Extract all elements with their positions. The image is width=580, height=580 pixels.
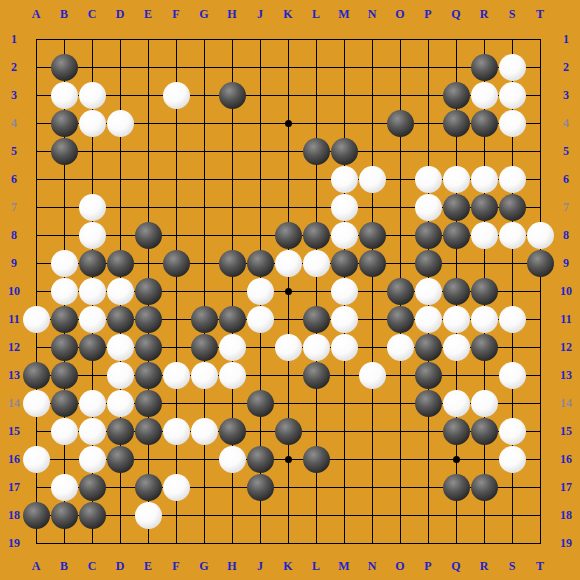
intersection-J15[interactable] xyxy=(246,417,274,445)
intersection-M17[interactable] xyxy=(330,473,358,501)
intersection-F10[interactable] xyxy=(162,277,190,305)
intersection-M8[interactable] xyxy=(330,221,358,249)
intersection-Q5[interactable] xyxy=(442,137,470,165)
intersection-M4[interactable] xyxy=(330,109,358,137)
intersection-G4[interactable] xyxy=(190,109,218,137)
intersection-S4[interactable] xyxy=(498,109,526,137)
intersection-Q4[interactable] xyxy=(442,109,470,137)
intersection-M15[interactable] xyxy=(330,417,358,445)
intersection-M11[interactable] xyxy=(330,305,358,333)
intersection-R2[interactable] xyxy=(470,53,498,81)
intersection-O16[interactable] xyxy=(386,445,414,473)
intersection-E2[interactable] xyxy=(134,53,162,81)
intersection-B3[interactable] xyxy=(50,81,78,109)
intersection-K12[interactable] xyxy=(274,333,302,361)
intersection-P17[interactable] xyxy=(414,473,442,501)
intersection-M1[interactable] xyxy=(330,25,358,53)
intersection-J3[interactable] xyxy=(246,81,274,109)
intersection-L4[interactable] xyxy=(302,109,330,137)
intersection-D3[interactable] xyxy=(106,81,134,109)
intersection-J17[interactable] xyxy=(246,473,274,501)
intersection-P9[interactable] xyxy=(414,249,442,277)
intersection-O18[interactable] xyxy=(386,501,414,529)
intersection-L1[interactable] xyxy=(302,25,330,53)
intersection-F3[interactable] xyxy=(162,81,190,109)
intersection-H7[interactable] xyxy=(218,193,246,221)
intersection-Q14[interactable] xyxy=(442,389,470,417)
intersection-J10[interactable] xyxy=(246,277,274,305)
intersection-R11[interactable] xyxy=(470,305,498,333)
intersection-Q7[interactable] xyxy=(442,193,470,221)
intersection-N6[interactable] xyxy=(358,165,386,193)
intersection-L13[interactable] xyxy=(302,361,330,389)
intersection-D10[interactable] xyxy=(106,277,134,305)
intersection-S11[interactable] xyxy=(498,305,526,333)
intersection-G18[interactable] xyxy=(190,501,218,529)
intersection-T13[interactable] xyxy=(526,361,554,389)
intersection-K6[interactable] xyxy=(274,165,302,193)
intersection-Q10[interactable] xyxy=(442,277,470,305)
intersection-K16[interactable] xyxy=(274,445,302,473)
intersection-L12[interactable] xyxy=(302,333,330,361)
intersection-K8[interactable] xyxy=(274,221,302,249)
intersection-C14[interactable] xyxy=(78,389,106,417)
intersection-G17[interactable] xyxy=(190,473,218,501)
intersection-L18[interactable] xyxy=(302,501,330,529)
intersection-S14[interactable] xyxy=(498,389,526,417)
intersection-E6[interactable] xyxy=(134,165,162,193)
intersection-P5[interactable] xyxy=(414,137,442,165)
intersection-F16[interactable] xyxy=(162,445,190,473)
intersection-A7[interactable] xyxy=(22,193,50,221)
intersection-E8[interactable] xyxy=(134,221,162,249)
intersection-J2[interactable] xyxy=(246,53,274,81)
intersection-J7[interactable] xyxy=(246,193,274,221)
intersection-J5[interactable] xyxy=(246,137,274,165)
intersection-P11[interactable] xyxy=(414,305,442,333)
intersection-R1[interactable] xyxy=(470,25,498,53)
intersection-L2[interactable] xyxy=(302,53,330,81)
intersection-G1[interactable] xyxy=(190,25,218,53)
intersection-G3[interactable] xyxy=(190,81,218,109)
intersection-F18[interactable] xyxy=(162,501,190,529)
intersection-D12[interactable] xyxy=(106,333,134,361)
intersection-D7[interactable] xyxy=(106,193,134,221)
intersection-S16[interactable] xyxy=(498,445,526,473)
intersection-E12[interactable] xyxy=(134,333,162,361)
intersection-F17[interactable] xyxy=(162,473,190,501)
intersection-R19[interactable] xyxy=(470,529,498,557)
intersection-S9[interactable] xyxy=(498,249,526,277)
intersection-J4[interactable] xyxy=(246,109,274,137)
intersection-Q18[interactable] xyxy=(442,501,470,529)
intersection-T7[interactable] xyxy=(526,193,554,221)
intersection-P2[interactable] xyxy=(414,53,442,81)
intersection-L8[interactable] xyxy=(302,221,330,249)
intersection-L14[interactable] xyxy=(302,389,330,417)
intersection-K15[interactable] xyxy=(274,417,302,445)
intersection-F6[interactable] xyxy=(162,165,190,193)
intersection-A12[interactable] xyxy=(22,333,50,361)
intersection-S10[interactable] xyxy=(498,277,526,305)
intersection-H1[interactable] xyxy=(218,25,246,53)
intersection-B2[interactable] xyxy=(50,53,78,81)
intersection-D11[interactable] xyxy=(106,305,134,333)
intersection-S17[interactable] xyxy=(498,473,526,501)
intersection-K1[interactable] xyxy=(274,25,302,53)
intersection-J9[interactable] xyxy=(246,249,274,277)
intersection-R6[interactable] xyxy=(470,165,498,193)
intersection-B12[interactable] xyxy=(50,333,78,361)
intersection-H8[interactable] xyxy=(218,221,246,249)
intersection-R10[interactable] xyxy=(470,277,498,305)
intersection-Q2[interactable] xyxy=(442,53,470,81)
intersection-P13[interactable] xyxy=(414,361,442,389)
intersection-N7[interactable] xyxy=(358,193,386,221)
intersection-E18[interactable] xyxy=(134,501,162,529)
intersection-H6[interactable] xyxy=(218,165,246,193)
intersection-N5[interactable] xyxy=(358,137,386,165)
intersection-T4[interactable] xyxy=(526,109,554,137)
intersection-N17[interactable] xyxy=(358,473,386,501)
intersection-H14[interactable] xyxy=(218,389,246,417)
intersection-M13[interactable] xyxy=(330,361,358,389)
intersection-E5[interactable] xyxy=(134,137,162,165)
intersection-T17[interactable] xyxy=(526,473,554,501)
intersection-S13[interactable] xyxy=(498,361,526,389)
intersection-R9[interactable] xyxy=(470,249,498,277)
intersection-C13[interactable] xyxy=(78,361,106,389)
intersection-E10[interactable] xyxy=(134,277,162,305)
intersection-C16[interactable] xyxy=(78,445,106,473)
intersection-P1[interactable] xyxy=(414,25,442,53)
intersection-F4[interactable] xyxy=(162,109,190,137)
intersection-G15[interactable] xyxy=(190,417,218,445)
intersection-P10[interactable] xyxy=(414,277,442,305)
intersection-C19[interactable] xyxy=(78,529,106,557)
intersection-E7[interactable] xyxy=(134,193,162,221)
intersection-J14[interactable] xyxy=(246,389,274,417)
intersection-O4[interactable] xyxy=(386,109,414,137)
intersection-C6[interactable] xyxy=(78,165,106,193)
intersection-O8[interactable] xyxy=(386,221,414,249)
intersection-C18[interactable] xyxy=(78,501,106,529)
intersection-P6[interactable] xyxy=(414,165,442,193)
intersection-Q15[interactable] xyxy=(442,417,470,445)
intersection-B14[interactable] xyxy=(50,389,78,417)
intersection-D9[interactable] xyxy=(106,249,134,277)
intersection-O11[interactable] xyxy=(386,305,414,333)
intersection-A6[interactable] xyxy=(22,165,50,193)
intersection-A1[interactable] xyxy=(22,25,50,53)
intersection-R15[interactable] xyxy=(470,417,498,445)
intersection-L11[interactable] xyxy=(302,305,330,333)
intersection-R5[interactable] xyxy=(470,137,498,165)
intersection-T8[interactable] xyxy=(526,221,554,249)
intersection-S8[interactable] xyxy=(498,221,526,249)
intersection-L9[interactable] xyxy=(302,249,330,277)
intersection-H16[interactable] xyxy=(218,445,246,473)
intersection-L19[interactable] xyxy=(302,529,330,557)
intersection-J1[interactable] xyxy=(246,25,274,53)
intersection-B1[interactable] xyxy=(50,25,78,53)
intersection-G8[interactable] xyxy=(190,221,218,249)
intersection-O2[interactable] xyxy=(386,53,414,81)
intersection-H3[interactable] xyxy=(218,81,246,109)
intersection-N9[interactable] xyxy=(358,249,386,277)
intersection-Q1[interactable] xyxy=(442,25,470,53)
intersection-C9[interactable] xyxy=(78,249,106,277)
intersection-C3[interactable] xyxy=(78,81,106,109)
intersection-K4[interactable] xyxy=(274,109,302,137)
intersection-R3[interactable] xyxy=(470,81,498,109)
intersection-C10[interactable] xyxy=(78,277,106,305)
intersection-E1[interactable] xyxy=(134,25,162,53)
intersection-F5[interactable] xyxy=(162,137,190,165)
intersection-A18[interactable] xyxy=(22,501,50,529)
intersection-O12[interactable] xyxy=(386,333,414,361)
intersection-P16[interactable] xyxy=(414,445,442,473)
intersection-P14[interactable] xyxy=(414,389,442,417)
intersection-M3[interactable] xyxy=(330,81,358,109)
intersection-R13[interactable] xyxy=(470,361,498,389)
intersection-O17[interactable] xyxy=(386,473,414,501)
intersection-J6[interactable] xyxy=(246,165,274,193)
intersection-G11[interactable] xyxy=(190,305,218,333)
intersection-G14[interactable] xyxy=(190,389,218,417)
intersection-E15[interactable] xyxy=(134,417,162,445)
intersection-D16[interactable] xyxy=(106,445,134,473)
intersection-R14[interactable] xyxy=(470,389,498,417)
intersection-K13[interactable] xyxy=(274,361,302,389)
intersection-O7[interactable] xyxy=(386,193,414,221)
intersection-D13[interactable] xyxy=(106,361,134,389)
intersection-B4[interactable] xyxy=(50,109,78,137)
intersection-T16[interactable] xyxy=(526,445,554,473)
intersection-D5[interactable] xyxy=(106,137,134,165)
intersection-F15[interactable] xyxy=(162,417,190,445)
intersection-P19[interactable] xyxy=(414,529,442,557)
intersection-C2[interactable] xyxy=(78,53,106,81)
intersection-P7[interactable] xyxy=(414,193,442,221)
intersection-Q8[interactable] xyxy=(442,221,470,249)
intersection-T2[interactable] xyxy=(526,53,554,81)
intersection-C1[interactable] xyxy=(78,25,106,53)
intersection-Q9[interactable] xyxy=(442,249,470,277)
intersection-N3[interactable] xyxy=(358,81,386,109)
intersection-D15[interactable] xyxy=(106,417,134,445)
intersection-L16[interactable] xyxy=(302,445,330,473)
intersection-R17[interactable] xyxy=(470,473,498,501)
intersection-M16[interactable] xyxy=(330,445,358,473)
intersection-T10[interactable] xyxy=(526,277,554,305)
intersection-O1[interactable] xyxy=(386,25,414,53)
intersection-T9[interactable] xyxy=(526,249,554,277)
intersection-N4[interactable] xyxy=(358,109,386,137)
intersection-O9[interactable] xyxy=(386,249,414,277)
intersection-A15[interactable] xyxy=(22,417,50,445)
intersection-H2[interactable] xyxy=(218,53,246,81)
intersection-D18[interactable] xyxy=(106,501,134,529)
intersection-G10[interactable] xyxy=(190,277,218,305)
intersection-K5[interactable] xyxy=(274,137,302,165)
intersection-T19[interactable] xyxy=(526,529,554,557)
intersection-F11[interactable] xyxy=(162,305,190,333)
intersection-K14[interactable] xyxy=(274,389,302,417)
intersection-M9[interactable] xyxy=(330,249,358,277)
intersection-A9[interactable] xyxy=(22,249,50,277)
intersection-D2[interactable] xyxy=(106,53,134,81)
intersection-H18[interactable] xyxy=(218,501,246,529)
intersection-S12[interactable] xyxy=(498,333,526,361)
intersection-Q3[interactable] xyxy=(442,81,470,109)
intersection-O19[interactable] xyxy=(386,529,414,557)
intersection-K18[interactable] xyxy=(274,501,302,529)
intersection-C15[interactable] xyxy=(78,417,106,445)
intersection-F7[interactable] xyxy=(162,193,190,221)
intersection-N19[interactable] xyxy=(358,529,386,557)
intersection-A3[interactable] xyxy=(22,81,50,109)
intersection-L17[interactable] xyxy=(302,473,330,501)
intersection-M7[interactable] xyxy=(330,193,358,221)
intersection-C7[interactable] xyxy=(78,193,106,221)
intersection-B5[interactable] xyxy=(50,137,78,165)
intersection-E9[interactable] xyxy=(134,249,162,277)
intersection-O3[interactable] xyxy=(386,81,414,109)
intersection-N11[interactable] xyxy=(358,305,386,333)
intersection-A17[interactable] xyxy=(22,473,50,501)
intersection-E14[interactable] xyxy=(134,389,162,417)
intersection-N8[interactable] xyxy=(358,221,386,249)
intersection-N13[interactable] xyxy=(358,361,386,389)
intersection-A14[interactable] xyxy=(22,389,50,417)
intersection-E13[interactable] xyxy=(134,361,162,389)
intersection-P8[interactable] xyxy=(414,221,442,249)
intersection-O10[interactable] xyxy=(386,277,414,305)
intersection-A10[interactable] xyxy=(22,277,50,305)
intersection-B19[interactable] xyxy=(50,529,78,557)
intersection-C17[interactable] xyxy=(78,473,106,501)
intersection-A8[interactable] xyxy=(22,221,50,249)
intersection-E17[interactable] xyxy=(134,473,162,501)
intersection-D8[interactable] xyxy=(106,221,134,249)
intersection-K9[interactable] xyxy=(274,249,302,277)
intersection-T14[interactable] xyxy=(526,389,554,417)
intersection-K11[interactable] xyxy=(274,305,302,333)
intersection-R18[interactable] xyxy=(470,501,498,529)
intersection-A5[interactable] xyxy=(22,137,50,165)
intersection-N10[interactable] xyxy=(358,277,386,305)
intersection-A2[interactable] xyxy=(22,53,50,81)
intersection-T11[interactable] xyxy=(526,305,554,333)
intersection-T15[interactable] xyxy=(526,417,554,445)
intersection-G7[interactable] xyxy=(190,193,218,221)
intersection-G2[interactable] xyxy=(190,53,218,81)
intersection-O13[interactable] xyxy=(386,361,414,389)
intersection-M19[interactable] xyxy=(330,529,358,557)
intersection-J8[interactable] xyxy=(246,221,274,249)
intersection-O5[interactable] xyxy=(386,137,414,165)
intersection-S19[interactable] xyxy=(498,529,526,557)
intersection-K2[interactable] xyxy=(274,53,302,81)
intersection-N18[interactable] xyxy=(358,501,386,529)
intersection-S2[interactable] xyxy=(498,53,526,81)
intersection-N15[interactable] xyxy=(358,417,386,445)
intersection-D19[interactable] xyxy=(106,529,134,557)
intersection-F9[interactable] xyxy=(162,249,190,277)
intersection-T3[interactable] xyxy=(526,81,554,109)
intersection-M6[interactable] xyxy=(330,165,358,193)
intersection-G9[interactable] xyxy=(190,249,218,277)
intersection-F1[interactable] xyxy=(162,25,190,53)
intersection-G5[interactable] xyxy=(190,137,218,165)
intersection-D4[interactable] xyxy=(106,109,134,137)
intersection-H4[interactable] xyxy=(218,109,246,137)
intersection-M10[interactable] xyxy=(330,277,358,305)
intersection-M18[interactable] xyxy=(330,501,358,529)
intersection-D1[interactable] xyxy=(106,25,134,53)
intersection-B18[interactable] xyxy=(50,501,78,529)
intersection-T6[interactable] xyxy=(526,165,554,193)
intersection-H19[interactable] xyxy=(218,529,246,557)
intersection-L5[interactable] xyxy=(302,137,330,165)
intersection-F19[interactable] xyxy=(162,529,190,557)
intersection-M14[interactable] xyxy=(330,389,358,417)
intersection-Q12[interactable] xyxy=(442,333,470,361)
intersection-M12[interactable] xyxy=(330,333,358,361)
intersection-J18[interactable] xyxy=(246,501,274,529)
intersection-N1[interactable] xyxy=(358,25,386,53)
intersection-T5[interactable] xyxy=(526,137,554,165)
intersection-P15[interactable] xyxy=(414,417,442,445)
intersection-P4[interactable] xyxy=(414,109,442,137)
intersection-L10[interactable] xyxy=(302,277,330,305)
intersection-S5[interactable] xyxy=(498,137,526,165)
intersection-P18[interactable] xyxy=(414,501,442,529)
intersection-G6[interactable] xyxy=(190,165,218,193)
intersection-E3[interactable] xyxy=(134,81,162,109)
intersection-K17[interactable] xyxy=(274,473,302,501)
intersection-S6[interactable] xyxy=(498,165,526,193)
intersection-A16[interactable] xyxy=(22,445,50,473)
intersection-G12[interactable] xyxy=(190,333,218,361)
intersection-P3[interactable] xyxy=(414,81,442,109)
intersection-K19[interactable] xyxy=(274,529,302,557)
intersection-B6[interactable] xyxy=(50,165,78,193)
intersection-F13[interactable] xyxy=(162,361,190,389)
intersection-C11[interactable] xyxy=(78,305,106,333)
intersection-G19[interactable] xyxy=(190,529,218,557)
intersection-N16[interactable] xyxy=(358,445,386,473)
intersection-R7[interactable] xyxy=(470,193,498,221)
intersection-M5[interactable] xyxy=(330,137,358,165)
intersection-T12[interactable] xyxy=(526,333,554,361)
intersection-C4[interactable] xyxy=(78,109,106,137)
intersection-B11[interactable] xyxy=(50,305,78,333)
intersection-E11[interactable] xyxy=(134,305,162,333)
intersection-A19[interactable] xyxy=(22,529,50,557)
intersection-H12[interactable] xyxy=(218,333,246,361)
intersection-H10[interactable] xyxy=(218,277,246,305)
intersection-H9[interactable] xyxy=(218,249,246,277)
intersection-E19[interactable] xyxy=(134,529,162,557)
intersection-A13[interactable] xyxy=(22,361,50,389)
intersection-C5[interactable] xyxy=(78,137,106,165)
intersection-B8[interactable] xyxy=(50,221,78,249)
intersection-O6[interactable] xyxy=(386,165,414,193)
intersection-S1[interactable] xyxy=(498,25,526,53)
intersection-F2[interactable] xyxy=(162,53,190,81)
